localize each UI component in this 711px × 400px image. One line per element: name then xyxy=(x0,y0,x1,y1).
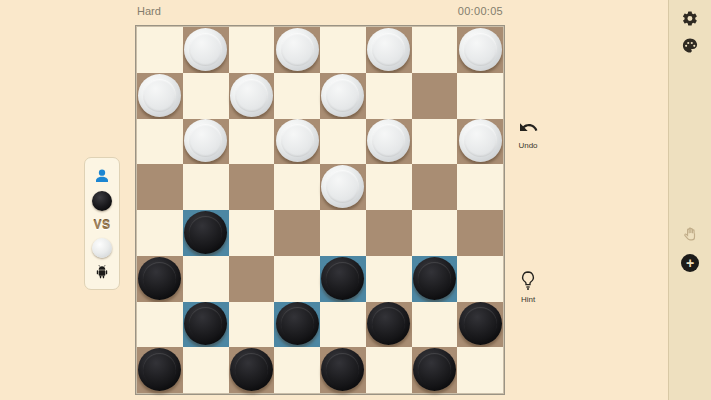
white-piece[interactable] xyxy=(321,74,364,117)
square-r2c1[interactable] xyxy=(137,73,183,119)
square-r7c2[interactable] xyxy=(183,302,229,348)
square-r5c6[interactable] xyxy=(366,210,412,256)
square-r4c4 xyxy=(274,164,320,210)
square-r7c3 xyxy=(229,302,275,348)
difficulty-label: Hard xyxy=(137,5,161,17)
square-r5c7 xyxy=(412,210,458,256)
square-r2c3[interactable] xyxy=(229,73,275,119)
right-sidebar: + xyxy=(668,0,711,400)
square-r7c5 xyxy=(320,302,366,348)
square-r8c4 xyxy=(274,347,320,393)
vs-label: VS xyxy=(93,218,110,232)
square-r2c5[interactable] xyxy=(320,73,366,119)
white-piece[interactable] xyxy=(184,28,227,71)
square-r8c3[interactable] xyxy=(229,347,275,393)
square-r5c3 xyxy=(229,210,275,256)
hint-label: Hint xyxy=(504,295,552,304)
square-r6c4 xyxy=(274,256,320,302)
undo-icon xyxy=(518,119,539,136)
square-r1c3 xyxy=(229,27,275,73)
square-r2c8 xyxy=(457,73,503,119)
square-r3c8[interactable] xyxy=(457,119,503,165)
square-r6c5[interactable] xyxy=(320,256,366,302)
white-piece[interactable] xyxy=(276,119,319,162)
square-r4c2 xyxy=(183,164,229,210)
players-panel: VS xyxy=(84,157,120,290)
android-icon xyxy=(94,264,110,280)
square-r6c8 xyxy=(457,256,503,302)
checkers-board[interactable] xyxy=(136,26,504,394)
black-piece[interactable] xyxy=(184,211,227,254)
square-r7c7 xyxy=(412,302,458,348)
undo-button[interactable]: Undo xyxy=(504,119,552,150)
undo-label: Undo xyxy=(504,141,552,150)
square-r2c6 xyxy=(366,73,412,119)
black-piece[interactable] xyxy=(138,257,181,300)
square-r1c8[interactable] xyxy=(457,27,503,73)
white-piece[interactable] xyxy=(230,74,273,117)
square-r5c4[interactable] xyxy=(274,210,320,256)
white-piece[interactable] xyxy=(276,28,319,71)
square-r8c8 xyxy=(457,347,503,393)
square-r6c2 xyxy=(183,256,229,302)
square-r4c6 xyxy=(366,164,412,210)
square-r5c5 xyxy=(320,210,366,256)
white-piece[interactable] xyxy=(184,119,227,162)
white-piece[interactable] xyxy=(459,28,502,71)
white-piece[interactable] xyxy=(321,165,364,208)
square-r8c7[interactable] xyxy=(412,347,458,393)
black-piece[interactable] xyxy=(413,348,456,391)
black-piece[interactable] xyxy=(367,302,410,345)
square-r1c5 xyxy=(320,27,366,73)
square-r7c6[interactable] xyxy=(366,302,412,348)
white-piece[interactable] xyxy=(459,119,502,162)
square-r3c5 xyxy=(320,119,366,165)
person-icon xyxy=(93,167,111,185)
pan-hand-icon[interactable] xyxy=(683,226,698,243)
theme-palette-icon[interactable] xyxy=(682,37,699,54)
lightbulb-icon xyxy=(520,270,536,290)
black-piece[interactable] xyxy=(459,302,502,345)
white-piece[interactable] xyxy=(138,74,181,117)
square-r4c1[interactable] xyxy=(137,164,183,210)
black-piece[interactable] xyxy=(321,257,364,300)
square-r4c5[interactable] xyxy=(320,164,366,210)
square-r6c7[interactable] xyxy=(412,256,458,302)
square-r5c8[interactable] xyxy=(457,210,503,256)
square-r1c6[interactable] xyxy=(366,27,412,73)
square-r7c4[interactable] xyxy=(274,302,320,348)
ai-piece-indicator xyxy=(92,238,112,258)
square-r6c3[interactable] xyxy=(229,256,275,302)
square-r8c1[interactable] xyxy=(137,347,183,393)
white-piece[interactable] xyxy=(367,28,410,71)
square-r3c7 xyxy=(412,119,458,165)
square-r8c6 xyxy=(366,347,412,393)
square-r8c2 xyxy=(183,347,229,393)
game-timer: 00:00:05 xyxy=(383,5,503,17)
square-r4c8 xyxy=(457,164,503,210)
square-r1c4[interactable] xyxy=(274,27,320,73)
black-piece[interactable] xyxy=(413,257,456,300)
square-r6c1[interactable] xyxy=(137,256,183,302)
black-piece[interactable] xyxy=(184,302,227,345)
square-r6c6 xyxy=(366,256,412,302)
square-r1c2[interactable] xyxy=(183,27,229,73)
square-r2c2 xyxy=(183,73,229,119)
square-r2c7[interactable] xyxy=(412,73,458,119)
square-r7c8[interactable] xyxy=(457,302,503,348)
square-r8c5[interactable] xyxy=(320,347,366,393)
checkers-app: Hard 00:00:05 VS xyxy=(0,0,711,400)
square-r1c1 xyxy=(137,27,183,73)
square-r5c1 xyxy=(137,210,183,256)
square-r3c2[interactable] xyxy=(183,119,229,165)
square-r3c3 xyxy=(229,119,275,165)
human-piece-indicator xyxy=(92,191,112,211)
square-r3c1 xyxy=(137,119,183,165)
black-piece[interactable] xyxy=(276,302,319,345)
square-r4c7[interactable] xyxy=(412,164,458,210)
square-r3c4[interactable] xyxy=(274,119,320,165)
square-r5c2[interactable] xyxy=(183,210,229,256)
white-piece[interactable] xyxy=(367,119,410,162)
square-r1c7 xyxy=(412,27,458,73)
square-r4c3[interactable] xyxy=(229,164,275,210)
black-piece[interactable] xyxy=(138,348,181,391)
square-r2c4 xyxy=(274,73,320,119)
plus-circle-icon[interactable]: + xyxy=(681,254,699,272)
hint-button[interactable]: Hint xyxy=(504,270,552,304)
black-piece[interactable] xyxy=(230,348,273,391)
settings-gear-icon[interactable] xyxy=(682,10,699,27)
black-piece[interactable] xyxy=(321,348,364,391)
square-r3c6[interactable] xyxy=(366,119,412,165)
square-r7c1 xyxy=(137,302,183,348)
